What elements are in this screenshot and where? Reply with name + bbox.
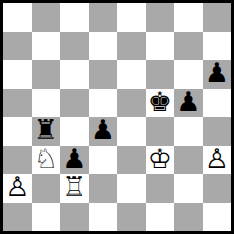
white-king-f3[interactable]: ♔ <box>148 146 172 174</box>
square-g5[interactable]: ♟ <box>174 89 203 118</box>
square-h6[interactable]: ♟ <box>203 60 232 89</box>
square-h4[interactable] <box>203 117 232 146</box>
square-d8[interactable] <box>89 3 118 32</box>
square-e6[interactable] <box>117 60 146 89</box>
square-c7[interactable] <box>60 32 89 61</box>
square-g6[interactable] <box>174 60 203 89</box>
white-rook-c2[interactable]: ♖ <box>62 174 86 202</box>
square-f3[interactable]: ♔ <box>146 146 175 175</box>
square-d2[interactable] <box>89 174 118 203</box>
square-a3[interactable] <box>3 146 32 175</box>
square-e2[interactable] <box>117 174 146 203</box>
black-pawn-g5[interactable]: ♟ <box>176 89 200 117</box>
square-h1[interactable] <box>203 203 232 232</box>
square-d4[interactable]: ♟ <box>89 117 118 146</box>
square-d6[interactable] <box>89 60 118 89</box>
square-d1[interactable] <box>89 203 118 232</box>
square-f5[interactable]: ♚ <box>146 89 175 118</box>
white-pawn-h3[interactable]: ♙ <box>205 146 229 174</box>
square-c4[interactable] <box>60 117 89 146</box>
square-c2[interactable]: ♖ <box>60 174 89 203</box>
square-b7[interactable] <box>32 32 61 61</box>
black-pawn-h6[interactable]: ♟ <box>205 60 229 88</box>
square-c5[interactable] <box>60 89 89 118</box>
white-pawn-a2[interactable]: ♙ <box>5 174 29 202</box>
black-pawn-c3[interactable]: ♟ <box>62 146 86 174</box>
square-f4[interactable] <box>146 117 175 146</box>
black-pawn-d4[interactable]: ♟ <box>91 117 115 145</box>
square-b3[interactable]: ♘ <box>32 146 61 175</box>
square-a4[interactable] <box>3 117 32 146</box>
square-e5[interactable] <box>117 89 146 118</box>
square-c1[interactable] <box>60 203 89 232</box>
square-b5[interactable] <box>32 89 61 118</box>
square-a2[interactable]: ♙ <box>3 174 32 203</box>
black-rook-b4[interactable]: ♜ <box>34 117 58 145</box>
square-c3[interactable]: ♟ <box>60 146 89 175</box>
square-b1[interactable] <box>32 203 61 232</box>
square-g2[interactable] <box>174 174 203 203</box>
square-g8[interactable] <box>174 3 203 32</box>
square-b8[interactable] <box>32 3 61 32</box>
square-h7[interactable] <box>203 32 232 61</box>
chess-board: ♟♚♟♜♟♘♟♔♙♙♖ <box>3 3 231 231</box>
square-a7[interactable] <box>3 32 32 61</box>
square-f1[interactable] <box>146 203 175 232</box>
square-h8[interactable] <box>203 3 232 32</box>
square-f2[interactable] <box>146 174 175 203</box>
square-a5[interactable] <box>3 89 32 118</box>
square-h2[interactable] <box>203 174 232 203</box>
square-a8[interactable] <box>3 3 32 32</box>
square-a6[interactable] <box>3 60 32 89</box>
square-h5[interactable] <box>203 89 232 118</box>
square-d3[interactable] <box>89 146 118 175</box>
square-f8[interactable] <box>146 3 175 32</box>
square-c6[interactable] <box>60 60 89 89</box>
square-a1[interactable] <box>3 203 32 232</box>
square-g3[interactable] <box>174 146 203 175</box>
square-h3[interactable]: ♙ <box>203 146 232 175</box>
square-c8[interactable] <box>60 3 89 32</box>
square-e1[interactable] <box>117 203 146 232</box>
square-e8[interactable] <box>117 3 146 32</box>
square-f7[interactable] <box>146 32 175 61</box>
square-f6[interactable] <box>146 60 175 89</box>
square-d7[interactable] <box>89 32 118 61</box>
square-g1[interactable] <box>174 203 203 232</box>
square-b4[interactable]: ♜ <box>32 117 61 146</box>
square-b6[interactable] <box>32 60 61 89</box>
square-e7[interactable] <box>117 32 146 61</box>
square-g7[interactable] <box>174 32 203 61</box>
white-knight-b3[interactable]: ♘ <box>34 146 58 174</box>
square-e3[interactable] <box>117 146 146 175</box>
chess-board-frame: ♟♚♟♜♟♘♟♔♙♙♖ <box>0 0 234 234</box>
square-b2[interactable] <box>32 174 61 203</box>
square-d5[interactable] <box>89 89 118 118</box>
square-e4[interactable] <box>117 117 146 146</box>
square-g4[interactable] <box>174 117 203 146</box>
black-king-f5[interactable]: ♚ <box>148 89 172 117</box>
